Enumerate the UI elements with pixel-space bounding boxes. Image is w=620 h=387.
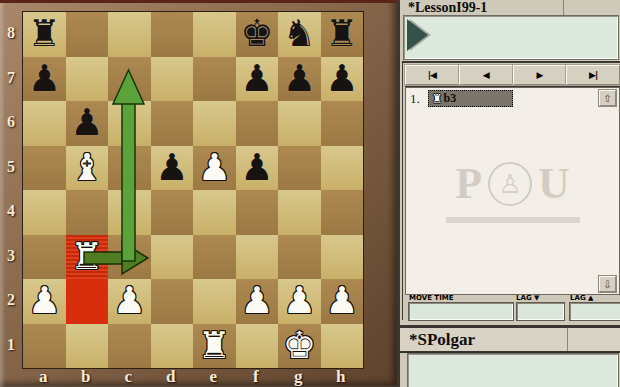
black-pawn: ♟ — [278, 57, 321, 102]
previous-move-button[interactable]: ◀ — [459, 65, 513, 85]
square-d7[interactable] — [151, 57, 194, 102]
square-g5[interactable] — [278, 146, 321, 191]
square-b4[interactable] — [66, 190, 109, 235]
move-text: b3 — [444, 91, 457, 106]
chess-board-frame: 87654321 ♜♚♞♜♟♟♟♟♟♝♟♟♟♜♟♟♟♟♟♜♚ abcdefgh — [0, 0, 397, 387]
square-d1[interactable] — [151, 324, 194, 369]
square-b1[interactable] — [66, 324, 109, 369]
square-a1[interactable] — [23, 324, 66, 369]
move-time-label: MOVE TIME — [409, 294, 454, 302]
square-h4[interactable] — [321, 190, 364, 235]
square-b8[interactable] — [66, 12, 109, 57]
move-time-field[interactable] — [408, 302, 514, 321]
square-c5[interactable] — [108, 146, 151, 191]
lag-down-label: LAG ▼ — [516, 294, 539, 302]
black-pawn: ♟ — [66, 101, 109, 146]
move-entry-selected[interactable]: ♜ b3 — [428, 90, 513, 107]
square-a5[interactable] — [23, 146, 66, 191]
file-label-e: e — [192, 366, 235, 387]
scroll-down-button[interactable]: ⇩ — [599, 276, 616, 292]
black-pawn: ♟ — [151, 146, 194, 191]
first-move-button[interactable]: |◀ — [405, 65, 459, 85]
white-rook: ♜ — [193, 324, 236, 369]
move-number: 1. — [410, 91, 420, 107]
square-c6[interactable] — [108, 101, 151, 146]
file-label-a: a — [22, 366, 65, 387]
square-c3[interactable] — [108, 235, 151, 280]
square-h2[interactable]: ♟ — [321, 279, 364, 324]
pcu-watermark: P ♙ U — [406, 158, 619, 223]
rank-label-6: 6 — [0, 100, 22, 145]
watermark-letter-u: U — [538, 158, 570, 209]
square-e5[interactable]: ♟ — [193, 146, 236, 191]
square-c1[interactable] — [108, 324, 151, 369]
square-b5[interactable]: ♝ — [66, 146, 109, 191]
rank-label-2: 2 — [0, 278, 22, 323]
white-pawn: ♟ — [193, 146, 236, 191]
square-e4[interactable] — [193, 190, 236, 235]
scroll-up-button[interactable]: ⇧ — [599, 90, 616, 106]
square-g3[interactable] — [278, 235, 321, 280]
square-b7[interactable] — [66, 57, 109, 102]
square-e6[interactable] — [193, 101, 236, 146]
square-e7[interactable] — [193, 57, 236, 102]
square-e8[interactable] — [193, 12, 236, 57]
square-h8[interactable]: ♜ — [321, 12, 364, 57]
lag-down-field[interactable] — [516, 302, 565, 321]
rank-label-1: 1 — [0, 323, 22, 368]
lag-up-label: LAG ▲ — [570, 294, 593, 302]
square-f1[interactable] — [236, 324, 279, 369]
polgar-chess-app: 87654321 ♜♚♞♜♟♟♟♟♟♝♟♟♟♜♟♟♟♟♟♜♚ abcdefgh … — [0, 0, 620, 387]
file-label-g: g — [277, 366, 320, 387]
file-label-f: f — [235, 366, 278, 387]
file-label-d: d — [150, 366, 193, 387]
square-h1[interactable] — [321, 324, 364, 369]
white-pawn: ♟ — [321, 279, 364, 324]
rank-label-7: 7 — [0, 56, 22, 101]
square-g8[interactable]: ♞ — [278, 12, 321, 57]
lesson-title: *LessonI99-1 — [408, 0, 487, 15]
nav-toolbar: |◀ ◀ ▶ ▶| — [405, 65, 620, 87]
file-label-b: b — [65, 366, 108, 387]
square-h5[interactable] — [321, 146, 364, 191]
square-f5[interactable]: ♟ — [236, 146, 279, 191]
black-rook: ♜ — [23, 12, 66, 57]
square-f6[interactable] — [236, 101, 279, 146]
square-f7[interactable]: ♟ — [236, 57, 279, 102]
square-d5[interactable]: ♟ — [151, 146, 194, 191]
white-pawn: ♟ — [236, 279, 279, 324]
rank-labels: 87654321 — [0, 11, 22, 367]
square-b2[interactable] — [66, 279, 109, 324]
black-rook: ♜ — [321, 12, 364, 57]
square-a3[interactable] — [23, 235, 66, 280]
opponent-title: *SPolgar — [409, 330, 475, 350]
square-g1[interactable]: ♚ — [278, 324, 321, 369]
square-f2[interactable]: ♟ — [236, 279, 279, 324]
white-pawn: ♟ — [23, 279, 66, 324]
square-g4[interactable] — [278, 190, 321, 235]
lesson-status-box — [403, 15, 619, 60]
square-f4[interactable] — [236, 190, 279, 235]
move-list: 1. ♜ b3 ⇧ ⇩ P ♙ U — [405, 87, 620, 295]
white-bishop: ♝ — [66, 146, 109, 191]
status-labels-row: MOVE TIME LAG ▼ LAG ▲ — [403, 294, 620, 302]
play-icon — [407, 19, 428, 51]
opponent-titlebar: *SPolgar — [400, 325, 620, 353]
square-c8[interactable] — [108, 12, 151, 57]
file-label-h: h — [320, 366, 363, 387]
watermark-pawn-circle-icon: ♙ — [488, 162, 532, 206]
square-h6[interactable] — [321, 101, 364, 146]
rank-label-4: 4 — [0, 189, 22, 234]
move-row: 1. ♜ b3 — [410, 90, 513, 107]
square-g2[interactable]: ♟ — [278, 279, 321, 324]
square-d8[interactable] — [151, 12, 194, 57]
square-d4[interactable] — [151, 190, 194, 235]
white-rook: ♜ — [66, 235, 109, 280]
square-b6[interactable]: ♟ — [66, 101, 109, 146]
black-pawn: ♟ — [236, 57, 279, 102]
square-f3[interactable] — [236, 235, 279, 280]
last-move-button[interactable]: ▶| — [566, 65, 620, 85]
square-e1[interactable]: ♜ — [193, 324, 236, 369]
white-pawn: ♟ — [108, 279, 151, 324]
rank-label-5: 5 — [0, 145, 22, 190]
square-d2[interactable] — [151, 279, 194, 324]
square-b3[interactable]: ♜ — [66, 235, 109, 280]
next-move-button[interactable]: ▶ — [513, 65, 567, 85]
opponent-titlebar-divider — [567, 328, 568, 351]
square-a6[interactable] — [23, 101, 66, 146]
square-h3[interactable] — [321, 235, 364, 280]
titlebar-divider — [563, 0, 564, 15]
black-pawn: ♟ — [236, 146, 279, 191]
square-e2[interactable] — [193, 279, 236, 324]
square-e3[interactable] — [193, 235, 236, 280]
square-a7[interactable]: ♟ — [23, 57, 66, 102]
square-d3[interactable] — [151, 235, 194, 280]
rank-label-3: 3 — [0, 234, 22, 279]
right-panel: *LessonI99-1 |◀ ◀ ▶ ▶| 1. ♜ b3 — [397, 0, 620, 387]
black-pawn: ♟ — [23, 57, 66, 102]
square-f8[interactable]: ♚ — [236, 12, 279, 57]
black-king: ♚ — [236, 12, 279, 57]
square-d6[interactable] — [151, 101, 194, 146]
opponent-message-box[interactable] — [407, 353, 619, 387]
square-g6[interactable] — [278, 101, 321, 146]
lag-up-field[interactable] — [569, 302, 620, 321]
file-label-c: c — [107, 366, 150, 387]
square-c2[interactable]: ♟ — [108, 279, 151, 324]
watermark-subtext — [446, 217, 580, 223]
square-a2[interactable]: ♟ — [23, 279, 66, 324]
square-a8[interactable]: ♜ — [23, 12, 66, 57]
square-c7[interactable] — [108, 57, 151, 102]
square-a4[interactable] — [23, 190, 66, 235]
file-labels: abcdefgh — [22, 366, 362, 387]
square-g7[interactable]: ♟ — [278, 57, 321, 102]
white-king: ♚ — [278, 324, 321, 369]
chess-board: ♜♚♞♜♟♟♟♟♟♝♟♟♟♜♟♟♟♟♟♜♚ — [22, 11, 364, 369]
black-pawn: ♟ — [321, 57, 364, 102]
white-pawn: ♟ — [278, 279, 321, 324]
square-c4[interactable] — [108, 190, 151, 235]
rook-move-icon: ♜ — [432, 92, 443, 106]
lesson-titlebar: *LessonI99-1 — [405, 0, 620, 15]
watermark-letter-p: P — [455, 158, 482, 209]
black-knight: ♞ — [278, 12, 321, 57]
square-h7[interactable]: ♟ — [321, 57, 364, 102]
rank-label-8: 8 — [0, 11, 22, 56]
moves-group-panel: |◀ ◀ ▶ ▶| 1. ♜ b3 ⇧ ⇩ P ♙ — [402, 61, 620, 320]
